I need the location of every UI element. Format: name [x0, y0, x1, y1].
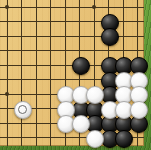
last-move-marker	[18, 105, 27, 114]
go-game-scene	[0, 0, 151, 150]
grid-line-horizontal	[0, 21, 144, 22]
white-stone[interactable]	[86, 86, 104, 104]
grid-line-horizontal	[0, 36, 144, 37]
grid-line-horizontal	[0, 7, 144, 8]
star-point	[5, 92, 9, 96]
star-point	[5, 5, 9, 9]
black-stone[interactable]	[101, 28, 119, 46]
white-stone[interactable]	[14, 101, 32, 119]
black-stone[interactable]	[115, 130, 133, 148]
white-stone[interactable]	[86, 130, 104, 148]
star-point	[92, 5, 96, 9]
black-stone[interactable]	[72, 57, 90, 75]
white-stone[interactable]	[72, 115, 90, 133]
white-stone[interactable]	[130, 101, 148, 119]
go-board[interactable]	[0, 0, 144, 146]
grid-line-horizontal	[0, 50, 144, 51]
